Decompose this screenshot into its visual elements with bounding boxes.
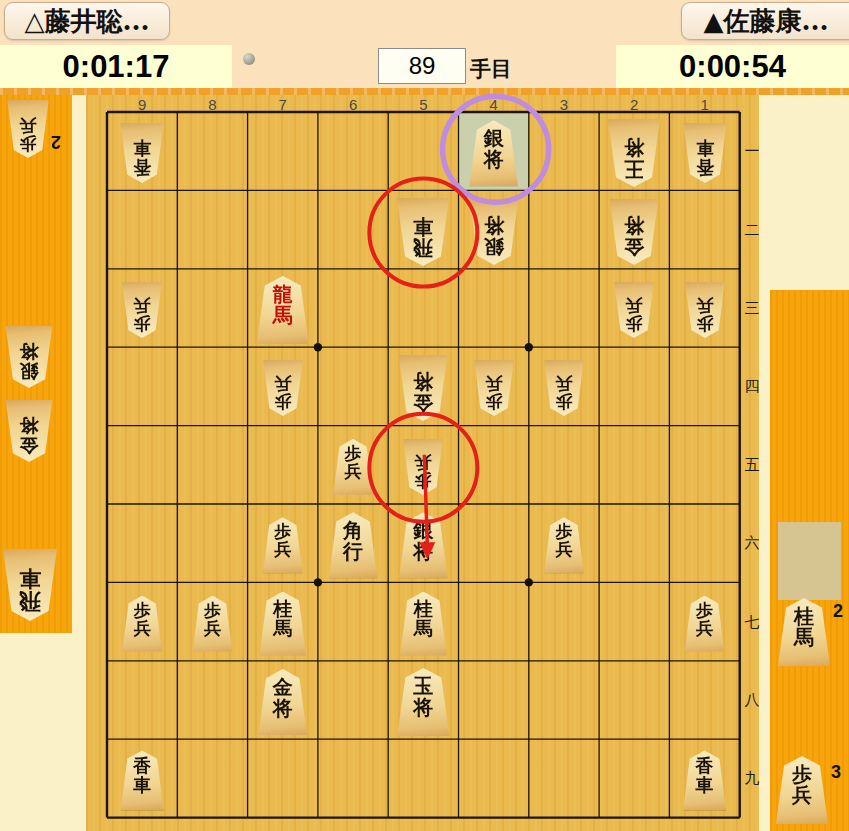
piece-kanji: 香車 [696,757,714,795]
piece-kanji: 香車 [696,139,714,177]
piece-kanji: 歩兵 [20,116,37,152]
file-label: 7 [268,96,298,113]
file-label: 4 [479,96,509,113]
rank-label: 九 [741,769,763,788]
rank-label: 二 [741,221,763,240]
piece-kanji: 玉将 [413,676,433,718]
gote-name-plate[interactable]: △藤井聡... [4,2,170,40]
sente-clock: 0:00:54 [616,45,849,88]
piece-kanji: 銀将 [484,128,504,170]
file-label: 2 [619,96,649,113]
gote-clock: 0:01:17 [0,45,232,88]
piece-kanji: 銀将 [413,520,433,562]
piece-kanji: 歩兵 [274,375,291,411]
rank-label: 三 [741,299,763,318]
rank-label: 一 [741,142,763,161]
file-label: 6 [338,96,368,113]
piece-kanji: 歩兵 [204,602,221,638]
rank-label: 八 [741,691,763,710]
move-counter-label: 手目 [470,55,512,83]
piece-kanji: 歩兵 [555,523,572,559]
file-label: 3 [549,96,579,113]
piece-kanji: 銀将 [20,341,39,381]
piece-kanji: 金将 [273,677,293,719]
piece-kanji: 歩兵 [626,296,643,332]
piece-kanji: 歩兵 [345,445,362,481]
piece-kanji: 歩兵 [696,296,713,332]
piece-kanji: 桂馬 [414,599,433,639]
divider-strip [0,88,849,95]
rank-label: 五 [741,456,763,475]
piece-kanji: 金将 [20,415,39,455]
shogi-app-window: △藤井聡... ▲佐藤康... 0:01:17 0:00:54 89 手目 98… [0,0,849,831]
piece-kanji: 歩兵 [134,602,151,638]
piece-kanji: 龍馬 [273,284,293,326]
sente-name-plate[interactable]: ▲佐藤康... [681,2,849,40]
piece-kanji: 王将 [624,137,644,179]
piece-kanji: 歩兵 [134,296,151,332]
piece-kanji: 歩兵 [555,375,572,411]
sente-hand-count: 2 [833,601,843,622]
sente-hand-empty-slot [778,522,841,600]
piece-kanji: 銀将 [484,215,504,257]
move-number-input[interactable]: 89 [378,48,466,84]
piece-kanji: 桂馬 [273,599,292,639]
piece-kanji: 歩兵 [415,453,432,489]
file-label: 9 [127,96,157,113]
piece-kanji: 歩兵 [485,375,502,411]
piece-kanji: 桂馬 [794,606,814,648]
piece-kanji: 歩兵 [274,523,291,559]
rank-label: 七 [741,613,763,632]
piece-kanji: 香車 [133,757,151,795]
piece-kanji: 角行 [343,520,363,562]
file-label: 1 [690,96,720,113]
status-dot-icon [243,53,255,65]
piece-kanji: 飛車 [19,566,41,612]
piece-kanji: 金将 [413,372,433,414]
piece-kanji: 歩兵 [792,764,812,806]
piece-kanji: 金将 [624,215,644,257]
piece-kanji: 香車 [133,139,151,177]
gote-hand-count: 2 [51,131,61,152]
rank-label: 四 [741,377,763,396]
piece-kanji: 飛車 [413,215,433,257]
sente-hand-count: 3 [831,762,841,783]
rank-label: 六 [741,534,763,553]
piece-kanji: 歩兵 [696,602,713,638]
file-label: 5 [408,96,438,113]
file-label: 8 [197,96,227,113]
